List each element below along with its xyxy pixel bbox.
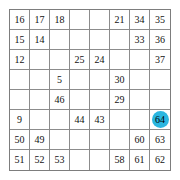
grid-cell[interactable] <box>110 30 130 50</box>
grid-cell[interactable] <box>90 10 110 30</box>
grid-cell[interactable] <box>130 90 150 110</box>
cell-number: 64 <box>155 115 165 125</box>
cell-number: 35 <box>155 15 165 25</box>
cell-number: 53 <box>55 155 65 165</box>
grid-cell[interactable]: 29 <box>110 90 130 110</box>
grid-cell[interactable] <box>110 130 130 150</box>
cell-number: 49 <box>35 135 45 145</box>
cell-number: 9 <box>17 115 22 125</box>
grid-cell[interactable] <box>150 90 170 110</box>
cell-number: 30 <box>115 75 125 85</box>
puzzle-page: 1617182134351514333612252437530462994443… <box>0 0 180 180</box>
grid-cell[interactable] <box>130 110 150 130</box>
cell-number: 37 <box>155 55 165 65</box>
cell-number: 50 <box>15 135 25 145</box>
grid-cell[interactable] <box>90 70 110 90</box>
grid-cell[interactable]: 30 <box>110 70 130 90</box>
cell-number: 63 <box>155 135 165 145</box>
grid-cell[interactable] <box>30 110 50 130</box>
cell-number: 36 <box>155 35 165 45</box>
grid-cell[interactable]: 52 <box>30 150 50 170</box>
grid-cell[interactable] <box>70 90 90 110</box>
cell-number: 43 <box>95 115 105 125</box>
grid-cell[interactable]: 16 <box>10 10 30 30</box>
cell-number: 52 <box>35 155 45 165</box>
cell-number: 24 <box>95 55 105 65</box>
grid-cell[interactable] <box>50 110 70 130</box>
grid-cell[interactable] <box>90 150 110 170</box>
grid-cell[interactable]: 51 <box>10 150 30 170</box>
grid-cell[interactable]: 62 <box>150 150 170 170</box>
grid-cell[interactable]: 17 <box>30 10 50 30</box>
cell-number: 33 <box>135 35 145 45</box>
cell-number: 12 <box>15 55 25 65</box>
grid-cell[interactable]: 5 <box>50 70 70 90</box>
cell-number: 34 <box>135 15 145 25</box>
grid-cell[interactable]: 33 <box>130 30 150 50</box>
grid-cell[interactable] <box>10 90 30 110</box>
grid-cell[interactable]: 64 <box>150 110 170 130</box>
grid-cell[interactable]: 43 <box>90 110 110 130</box>
grid-cell[interactable] <box>130 70 150 90</box>
grid-cell[interactable]: 44 <box>70 110 90 130</box>
grid-cell[interactable] <box>70 150 90 170</box>
grid-cell[interactable]: 34 <box>130 10 150 30</box>
cell-number: 60 <box>135 135 145 145</box>
cell-number: 5 <box>57 75 62 85</box>
cell-number: 51 <box>15 155 25 165</box>
grid-cell[interactable]: 24 <box>90 50 110 70</box>
grid-cell[interactable] <box>30 90 50 110</box>
grid-cell[interactable]: 36 <box>150 30 170 50</box>
grid-cell[interactable] <box>30 70 50 90</box>
cell-number: 44 <box>75 115 85 125</box>
grid-cell[interactable]: 37 <box>150 50 170 70</box>
grid-cell[interactable] <box>30 50 50 70</box>
grid-cell[interactable] <box>110 50 130 70</box>
grid-cell[interactable] <box>110 110 130 130</box>
cell-number: 21 <box>115 15 125 25</box>
cell-number: 15 <box>15 35 25 45</box>
cell-number: 16 <box>15 15 25 25</box>
cell-number: 14 <box>35 35 45 45</box>
grid-cell[interactable]: 18 <box>50 10 70 30</box>
grid-cell[interactable]: 35 <box>150 10 170 30</box>
grid-cell[interactable] <box>50 30 70 50</box>
grid-cell[interactable]: 63 <box>150 130 170 150</box>
grid-cell[interactable]: 53 <box>50 150 70 170</box>
grid-cell[interactable] <box>150 70 170 90</box>
grid-cell[interactable]: 58 <box>110 150 130 170</box>
grid-cell[interactable]: 61 <box>130 150 150 170</box>
grid-cell[interactable] <box>70 70 90 90</box>
grid-cell[interactable] <box>50 130 70 150</box>
grid-cell[interactable]: 60 <box>130 130 150 150</box>
grid-cell[interactable] <box>70 10 90 30</box>
cell-number: 17 <box>35 15 45 25</box>
cell-number: 62 <box>155 155 165 165</box>
cell-number: 25 <box>75 55 85 65</box>
grid-cell[interactable] <box>90 130 110 150</box>
cell-number: 18 <box>55 15 65 25</box>
cell-number: 58 <box>115 155 125 165</box>
grid-cell[interactable]: 15 <box>10 30 30 50</box>
grid-cell[interactable]: 12 <box>10 50 30 70</box>
grid-cell[interactable]: 21 <box>110 10 130 30</box>
grid-cell[interactable] <box>70 30 90 50</box>
grid-cell[interactable]: 14 <box>30 30 50 50</box>
end-marker-circle: 64 <box>152 111 169 128</box>
grid-cell[interactable] <box>90 90 110 110</box>
cell-number: 61 <box>135 155 145 165</box>
grid-cell[interactable]: 46 <box>50 90 70 110</box>
grid-cell[interactable]: 25 <box>70 50 90 70</box>
cell-number: 46 <box>55 95 65 105</box>
hidato-board: 1617182134351514333612252437530462994443… <box>9 9 171 171</box>
grid-cell[interactable] <box>50 50 70 70</box>
grid-cell[interactable] <box>130 50 150 70</box>
grid-cell[interactable]: 9 <box>10 110 30 130</box>
grid-cell[interactable] <box>70 130 90 150</box>
grid-cell[interactable]: 49 <box>30 130 50 150</box>
cell-number: 29 <box>115 95 125 105</box>
grid-cell[interactable] <box>10 70 30 90</box>
grid-cell[interactable]: 50 <box>10 130 30 150</box>
grid-cell[interactable] <box>90 30 110 50</box>
